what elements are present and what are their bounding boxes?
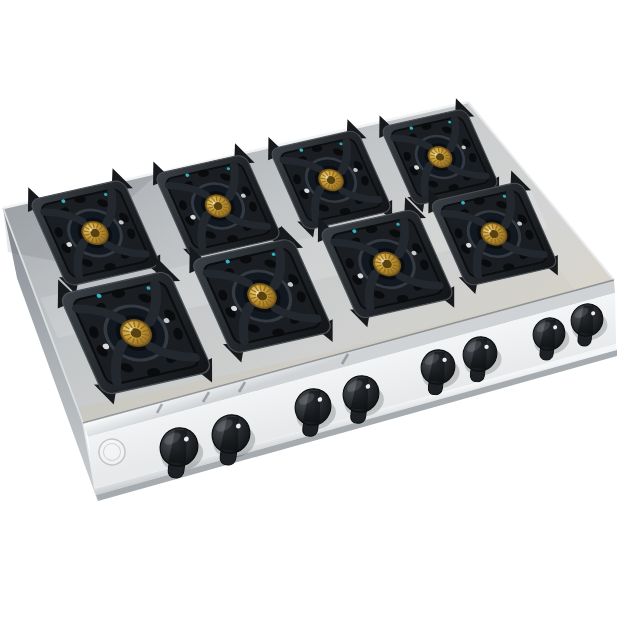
product-photo-stage: 8-burner stainless steel commercial gas … xyxy=(0,0,617,617)
eight-burner-gas-cooktop-photo: 8-burner stainless steel commercial gas … xyxy=(0,0,617,617)
